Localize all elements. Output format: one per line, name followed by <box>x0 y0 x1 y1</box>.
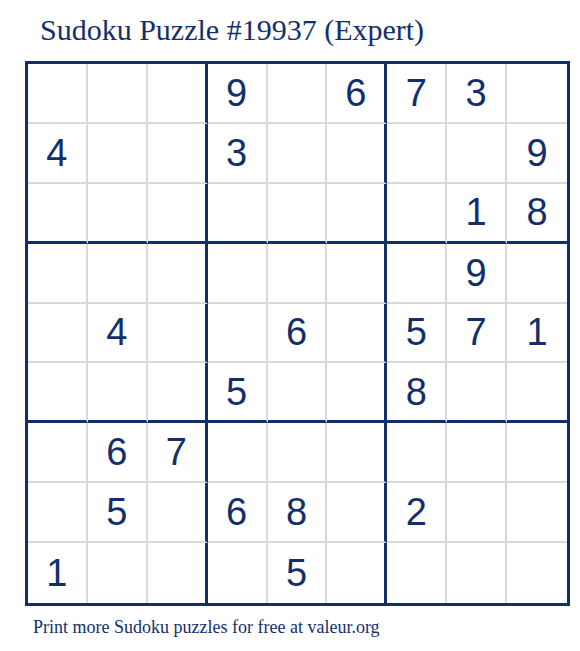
sudoku-cell-r4c7 <box>387 244 447 304</box>
sudoku-cell-r1c4: 9 <box>208 64 268 124</box>
sudoku-cell-r4c6 <box>327 244 387 304</box>
sudoku-cell-r1c3 <box>148 64 208 124</box>
sudoku-cell-r6c3 <box>148 363 208 423</box>
sudoku-cell-r2c3 <box>148 124 208 184</box>
sudoku-cell-r5c5: 6 <box>268 304 328 364</box>
sudoku-cell-r2c1: 4 <box>28 124 88 184</box>
sudoku-cell-r9c3 <box>148 543 208 603</box>
sudoku-cell-r2c6 <box>327 124 387 184</box>
sudoku-cell-r7c1 <box>28 423 88 483</box>
sudoku-cell-r9c8 <box>447 543 507 603</box>
sudoku-cell-r2c5 <box>268 124 328 184</box>
sudoku-cell-r8c3 <box>148 483 208 543</box>
sudoku-cell-r2c7 <box>387 124 447 184</box>
sudoku-cell-r7c4 <box>208 423 268 483</box>
sudoku-board: 9673439189465715867568215 <box>25 61 570 606</box>
sudoku-cell-r3c9: 8 <box>507 184 567 244</box>
sudoku-cell-r9c1: 1 <box>28 543 88 603</box>
sudoku-cell-r7c5 <box>268 423 328 483</box>
sudoku-cell-r6c1 <box>28 363 88 423</box>
sudoku-cell-r9c5: 5 <box>268 543 328 603</box>
sudoku-cell-r4c8: 9 <box>447 244 507 304</box>
sudoku-cell-r6c8 <box>447 363 507 423</box>
sudoku-cell-r7c6 <box>327 423 387 483</box>
sudoku-cell-r1c9 <box>507 64 567 124</box>
sudoku-cell-r8c1 <box>28 483 88 543</box>
sudoku-cell-r2c2 <box>88 124 148 184</box>
sudoku-cell-r6c9 <box>507 363 567 423</box>
page-title: Sudoku Puzzle #19937 (Expert) <box>40 13 424 47</box>
sudoku-cell-r4c1 <box>28 244 88 304</box>
sudoku-cell-r3c8: 1 <box>447 184 507 244</box>
sudoku-cell-r7c3: 7 <box>148 423 208 483</box>
sudoku-cell-r6c2 <box>88 363 148 423</box>
sudoku-cell-r9c2 <box>88 543 148 603</box>
sudoku-cell-r8c4: 6 <box>208 483 268 543</box>
sudoku-cell-r9c4 <box>208 543 268 603</box>
sudoku-cell-r3c6 <box>327 184 387 244</box>
sudoku-cell-r1c1 <box>28 64 88 124</box>
sudoku-cell-r8c6 <box>327 483 387 543</box>
sudoku-cell-r5c2: 4 <box>88 304 148 364</box>
sudoku-cell-r6c7: 8 <box>387 363 447 423</box>
sudoku-cell-r9c6 <box>327 543 387 603</box>
sudoku-cell-r1c7: 7 <box>387 64 447 124</box>
sudoku-cell-r4c3 <box>148 244 208 304</box>
sudoku-cell-r7c9 <box>507 423 567 483</box>
sudoku-cell-r2c9: 9 <box>507 124 567 184</box>
sudoku-cell-r8c8 <box>447 483 507 543</box>
sudoku-cell-r5c8: 7 <box>447 304 507 364</box>
sudoku-cell-r7c7 <box>387 423 447 483</box>
sudoku-cell-r2c4: 3 <box>208 124 268 184</box>
sudoku-cell-r1c6: 6 <box>327 64 387 124</box>
footer-note: Print more Sudoku puzzles for free at va… <box>33 617 380 638</box>
sudoku-cell-r7c2: 6 <box>88 423 148 483</box>
sudoku-page: Sudoku Puzzle #19937 (Expert) 9673439189… <box>0 0 580 651</box>
sudoku-cell-r5c9: 1 <box>507 304 567 364</box>
sudoku-cell-r3c2 <box>88 184 148 244</box>
sudoku-cell-r5c3 <box>148 304 208 364</box>
sudoku-cell-r8c5: 8 <box>268 483 328 543</box>
sudoku-cell-r5c6 <box>327 304 387 364</box>
sudoku-cell-r7c8 <box>447 423 507 483</box>
sudoku-cell-r4c4 <box>208 244 268 304</box>
sudoku-cell-r3c5 <box>268 184 328 244</box>
sudoku-cell-r8c7: 2 <box>387 483 447 543</box>
sudoku-cell-r9c9 <box>507 543 567 603</box>
sudoku-cell-r3c7 <box>387 184 447 244</box>
sudoku-cell-r3c1 <box>28 184 88 244</box>
sudoku-cell-r2c8 <box>447 124 507 184</box>
sudoku-cell-r1c5 <box>268 64 328 124</box>
sudoku-cell-r8c2: 5 <box>88 483 148 543</box>
sudoku-cell-r6c6 <box>327 363 387 423</box>
sudoku-cell-r3c3 <box>148 184 208 244</box>
sudoku-cell-r6c4: 5 <box>208 363 268 423</box>
sudoku-cell-r5c7: 5 <box>387 304 447 364</box>
sudoku-cell-r1c2 <box>88 64 148 124</box>
sudoku-cell-r8c9 <box>507 483 567 543</box>
sudoku-cell-r1c8: 3 <box>447 64 507 124</box>
sudoku-cell-r3c4 <box>208 184 268 244</box>
sudoku-cell-r6c5 <box>268 363 328 423</box>
sudoku-cell-r4c5 <box>268 244 328 304</box>
sudoku-cell-r5c4 <box>208 304 268 364</box>
sudoku-cell-r5c1 <box>28 304 88 364</box>
sudoku-cell-r4c9 <box>507 244 567 304</box>
sudoku-cell-r9c7 <box>387 543 447 603</box>
sudoku-cell-r4c2 <box>88 244 148 304</box>
